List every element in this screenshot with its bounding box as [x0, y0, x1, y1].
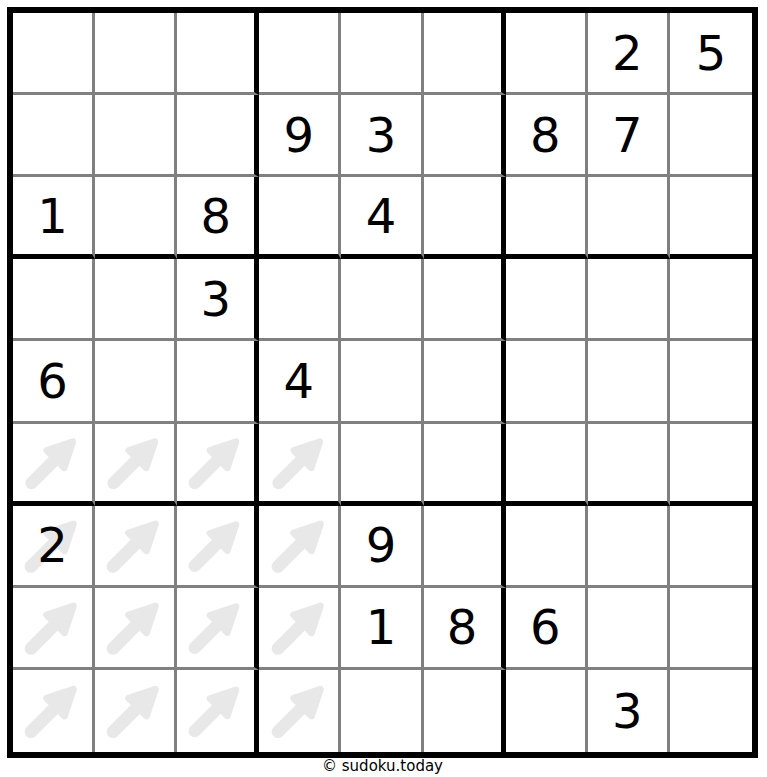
- up-right-arrow-icon: [19, 594, 85, 660]
- cell-r6c3[interactable]: [177, 424, 259, 506]
- cell-r1c6[interactable]: [424, 13, 506, 95]
- cell-r1c8[interactable]: 2: [588, 13, 670, 95]
- cell-r9c7[interactable]: [506, 670, 588, 752]
- given-digit: 2: [612, 29, 643, 77]
- cell-r5c8[interactable]: [588, 341, 670, 423]
- given-digit: 3: [612, 687, 643, 735]
- up-right-arrow-icon: [266, 676, 332, 745]
- cell-r5c9[interactable]: [670, 341, 752, 423]
- cell-r3c7[interactable]: [506, 177, 588, 259]
- given-digit: 7: [612, 111, 643, 159]
- up-right-arrow-icon: [266, 430, 332, 495]
- cell-r7c1[interactable]: 2: [13, 506, 95, 588]
- cell-r4c1[interactable]: [13, 259, 95, 341]
- cell-r4c4[interactable]: [259, 259, 341, 341]
- given-digit: 4: [284, 357, 315, 405]
- cell-r9c9[interactable]: [670, 670, 752, 752]
- cell-r5c1[interactable]: 6: [13, 341, 95, 423]
- cell-r5c2[interactable]: [95, 341, 177, 423]
- up-right-arrow-icon: [19, 430, 85, 495]
- cell-r2c1[interactable]: [13, 95, 95, 177]
- up-right-arrow-icon: [183, 512, 248, 578]
- cell-r3c8[interactable]: [588, 177, 670, 259]
- up-right-arrow-icon: [101, 676, 167, 745]
- cell-r8c5[interactable]: 1: [341, 588, 423, 670]
- cell-r6c5[interactable]: [341, 424, 423, 506]
- given-digit: 9: [366, 521, 397, 569]
- cell-r1c3[interactable]: [177, 13, 259, 95]
- cell-r6c1[interactable]: [13, 424, 95, 506]
- cell-r3c2[interactable]: [95, 177, 177, 259]
- cell-r2c4[interactable]: 9: [259, 95, 341, 177]
- up-right-arrow-icon: [101, 512, 167, 578]
- cell-r5c6[interactable]: [424, 341, 506, 423]
- cell-r6c4[interactable]: [259, 424, 341, 506]
- cell-r4c6[interactable]: [424, 259, 506, 341]
- cell-r9c1[interactable]: [13, 670, 95, 752]
- cell-r3c5[interactable]: 4: [341, 177, 423, 259]
- cell-r2c2[interactable]: [95, 95, 177, 177]
- given-digit: 6: [37, 357, 68, 405]
- cell-r1c9[interactable]: 5: [670, 13, 752, 95]
- cell-r9c5[interactable]: [341, 670, 423, 752]
- cell-r7c2[interactable]: [95, 506, 177, 588]
- cell-r3c9[interactable]: [670, 177, 752, 259]
- given-digit: 2: [37, 521, 68, 569]
- cell-r3c3[interactable]: 8: [177, 177, 259, 259]
- cell-r6c6[interactable]: [424, 424, 506, 506]
- given-digit: 1: [37, 192, 68, 240]
- cell-r7c3[interactable]: [177, 506, 259, 588]
- cell-r4c3[interactable]: 3: [177, 259, 259, 341]
- cell-r6c7[interactable]: [506, 424, 588, 506]
- cell-r7c7[interactable]: [506, 506, 588, 588]
- cell-r6c2[interactable]: [95, 424, 177, 506]
- cell-r8c6[interactable]: 8: [424, 588, 506, 670]
- cell-r4c2[interactable]: [95, 259, 177, 341]
- cell-r3c6[interactable]: [424, 177, 506, 259]
- cell-r9c4[interactable]: [259, 670, 341, 752]
- cell-r7c4[interactable]: [259, 506, 341, 588]
- given-digit: 8: [201, 192, 232, 240]
- up-right-arrow-icon: [266, 594, 332, 660]
- cell-r4c8[interactable]: [588, 259, 670, 341]
- cell-r8c1[interactable]: [13, 588, 95, 670]
- cell-r8c3[interactable]: [177, 588, 259, 670]
- up-right-arrow-icon: [19, 676, 85, 745]
- given-digit: 6: [530, 603, 561, 651]
- cell-r5c7[interactable]: [506, 341, 588, 423]
- given-digit: 5: [696, 29, 727, 77]
- up-right-arrow-icon: [183, 594, 248, 660]
- cell-r9c2[interactable]: [95, 670, 177, 752]
- cell-r4c7[interactable]: [506, 259, 588, 341]
- cell-r7c9[interactable]: [670, 506, 752, 588]
- cell-r1c7[interactable]: [506, 13, 588, 95]
- cell-r2c5[interactable]: 3: [341, 95, 423, 177]
- cell-r8c7[interactable]: 6: [506, 588, 588, 670]
- cell-r9c8[interactable]: 3: [588, 670, 670, 752]
- cell-r5c4[interactable]: 4: [259, 341, 341, 423]
- cell-r6c9[interactable]: [670, 424, 752, 506]
- cell-r2c8[interactable]: 7: [588, 95, 670, 177]
- cell-r9c6[interactable]: [424, 670, 506, 752]
- cell-r8c9[interactable]: [670, 588, 752, 670]
- up-right-arrow-icon: [266, 512, 332, 578]
- cell-r8c8[interactable]: [588, 588, 670, 670]
- cell-r1c4[interactable]: [259, 13, 341, 95]
- cell-r3c4[interactable]: [259, 177, 341, 259]
- cell-r1c2[interactable]: [95, 13, 177, 95]
- up-right-arrow-icon: [101, 430, 167, 495]
- cell-r1c5[interactable]: [341, 13, 423, 95]
- cell-r8c4[interactable]: [259, 588, 341, 670]
- given-digit: 8: [530, 111, 561, 159]
- cell-r7c8[interactable]: [588, 506, 670, 588]
- given-digit: 8: [447, 603, 478, 651]
- cell-r8c2[interactable]: [95, 588, 177, 670]
- cell-r2c3[interactable]: [177, 95, 259, 177]
- up-right-arrow-icon: [183, 430, 248, 495]
- cell-r2c7[interactable]: 8: [506, 95, 588, 177]
- given-digit: 1: [366, 603, 397, 651]
- sudoku-board: 259387184364291863: [7, 7, 758, 758]
- cell-r2c6[interactable]: [424, 95, 506, 177]
- cell-r9c3[interactable]: [177, 670, 259, 752]
- cell-r3c1[interactable]: 1: [13, 177, 95, 259]
- cell-r1c1[interactable]: [13, 13, 95, 95]
- given-digit: 9: [284, 111, 315, 159]
- cell-r4c5[interactable]: [341, 259, 423, 341]
- given-digit: 4: [366, 192, 397, 240]
- cell-r2c9[interactable]: [670, 95, 752, 177]
- given-digit: 3: [201, 275, 232, 323]
- cell-r6c8[interactable]: [588, 424, 670, 506]
- cell-r5c5[interactable]: [341, 341, 423, 423]
- up-right-arrow-icon: [101, 594, 167, 660]
- cell-r5c3[interactable]: [177, 341, 259, 423]
- given-digit: 3: [366, 111, 397, 159]
- cell-r4c9[interactable]: [670, 259, 752, 341]
- cell-r7c6[interactable]: [424, 506, 506, 588]
- site-credit: © sudoku.today: [7, 757, 758, 775]
- cell-r7c5[interactable]: 9: [341, 506, 423, 588]
- up-right-arrow-icon: [183, 676, 248, 745]
